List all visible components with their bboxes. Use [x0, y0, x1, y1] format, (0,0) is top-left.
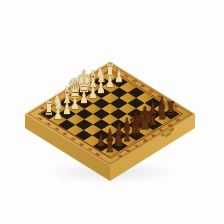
piece-white-pawn[interactable]: ♟ — [114, 69, 123, 84]
pieces-layer: ♜♟♞♟♝♟♚♟♛♟♝♟♟♞♜♟♟♜♞♟♟♝♟♚♟♛♟♝♟♞♟♜ — [0, 0, 224, 224]
wooden-chess-set-photo: abcdefgh abcdefgh 12345678 12345678 ♜♟♞♟… — [0, 0, 224, 224]
piece-white-pawn[interactable]: ♟ — [80, 91, 89, 106]
piece-white-pawn[interactable]: ♟ — [62, 101, 71, 116]
piece-white-pawn[interactable]: ♟ — [97, 80, 106, 95]
piece-white-pawn[interactable]: ♟ — [88, 85, 97, 100]
piece-white-pawn[interactable]: ♟ — [54, 107, 63, 122]
piece-black-rook[interactable]: ♜ — [105, 137, 115, 154]
piece-white-pawn[interactable]: ♟ — [71, 96, 80, 111]
piece-white-pawn[interactable]: ♟ — [106, 75, 115, 90]
